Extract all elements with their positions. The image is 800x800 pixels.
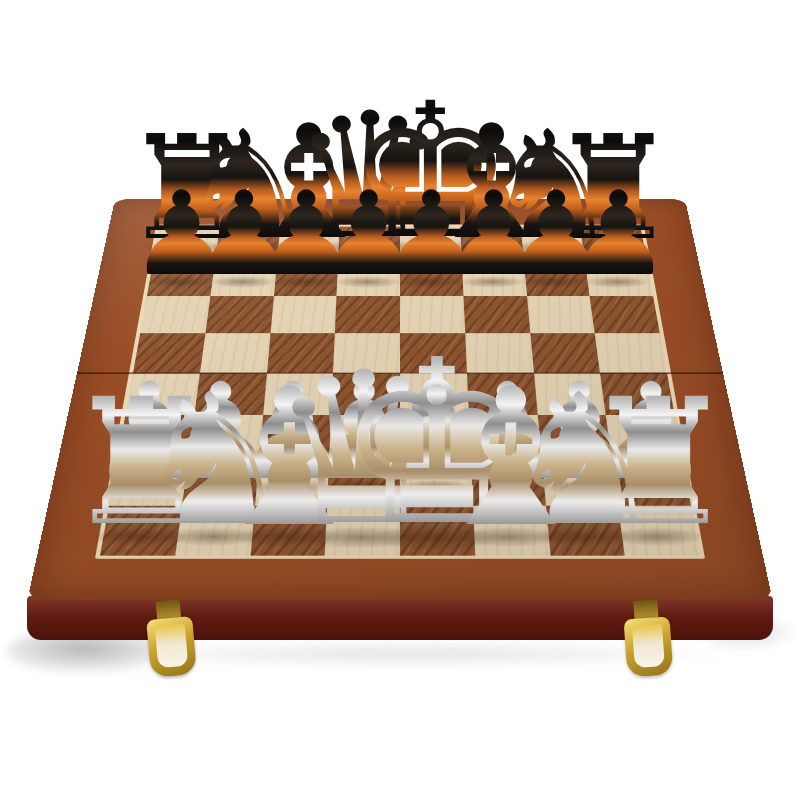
piece-black-pawn-h7[interactable]: ♟ bbox=[567, 176, 671, 292]
square-a6[interactable] bbox=[140, 296, 210, 333]
brass-clasp-right[interactable] bbox=[622, 598, 673, 681]
black-pawn-glyph: ♟ bbox=[567, 176, 671, 292]
square-h6[interactable] bbox=[590, 296, 660, 333]
brass-clasp-left[interactable] bbox=[145, 598, 198, 682]
piece-contact-shadow bbox=[584, 276, 651, 289]
pieces-layer: ♜♞♝♛♚♝♞♜♟♟♟♟♟♟♟♟♟♟♟♟♟♟♟♟♜♞♝♛♚♝♞♜ bbox=[0, 0, 800, 800]
brass-clasp-loop bbox=[146, 616, 197, 678]
piece-white-rook-h1[interactable]: ♜ bbox=[580, 377, 737, 552]
white-rook-glyph: ♜ bbox=[580, 377, 737, 552]
chess-set-photo: ♜♞♝♛♚♝♞♜♟♟♟♟♟♟♟♟♟♟♟♟♟♟♟♟♜♞♝♛♚♝♞♜ bbox=[0, 0, 800, 800]
square-b6[interactable] bbox=[205, 296, 273, 333]
brass-clasp-loop bbox=[624, 616, 674, 677]
